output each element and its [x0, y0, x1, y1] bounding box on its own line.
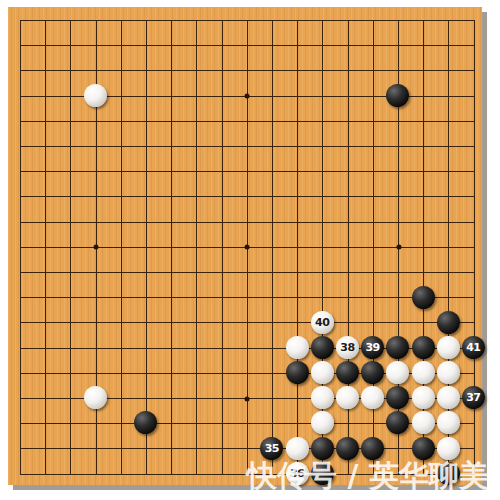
intersection — [436, 410, 461, 435]
intersection: 38 — [335, 335, 360, 360]
stone-white — [311, 361, 334, 384]
intersection — [310, 410, 335, 435]
stone-black — [386, 336, 409, 359]
stone-white: 38 — [336, 336, 359, 359]
move-number: 40 — [315, 317, 329, 328]
stone-black — [386, 386, 409, 409]
stone-white — [437, 336, 460, 359]
stone-white — [386, 361, 409, 384]
stone-white — [336, 386, 359, 409]
stone-white — [412, 386, 435, 409]
stone-white — [437, 386, 460, 409]
intersection — [335, 385, 360, 410]
stone-white — [437, 411, 460, 434]
intersection — [436, 360, 461, 385]
intersection — [436, 385, 461, 410]
stone-black — [286, 361, 309, 384]
stone-white — [84, 84, 107, 107]
intersection — [284, 335, 309, 360]
intersection — [83, 385, 108, 410]
stone-black — [412, 336, 435, 359]
intersection — [310, 360, 335, 385]
intersection — [133, 410, 158, 435]
move-number: 38 — [340, 342, 354, 353]
stone-black — [134, 411, 157, 434]
intersection: 40 — [310, 310, 335, 335]
intersection — [385, 335, 410, 360]
stone-black — [437, 311, 460, 334]
stone-white — [412, 411, 435, 434]
move-number: 39 — [365, 342, 379, 353]
intersection — [410, 335, 435, 360]
intersection — [410, 410, 435, 435]
intersection — [385, 385, 410, 410]
intersection — [360, 360, 385, 385]
intersection — [284, 360, 309, 385]
intersection — [310, 335, 335, 360]
stone-black — [386, 411, 409, 434]
stone-black: 39 — [361, 336, 384, 359]
intersection — [385, 410, 410, 435]
stone-white — [311, 386, 334, 409]
stone-white — [361, 386, 384, 409]
intersection — [436, 310, 461, 335]
stone-black: 41 — [462, 336, 485, 359]
intersection: 37 — [461, 385, 486, 410]
intersection — [385, 360, 410, 385]
intersection — [410, 385, 435, 410]
stone-black — [336, 361, 359, 384]
stone-black: 37 — [462, 386, 485, 409]
intersection: 39 — [360, 335, 385, 360]
screenshot-root: 40383941373536 快传号 / 英华聊美食 — [0, 0, 500, 500]
stone-black — [311, 336, 334, 359]
stone-black — [361, 361, 384, 384]
move-number: 35 — [265, 443, 279, 454]
stone-black — [412, 286, 435, 309]
stone-white — [412, 361, 435, 384]
intersection — [335, 360, 360, 385]
move-number: 41 — [466, 342, 480, 353]
intersection — [360, 385, 385, 410]
intersection — [436, 335, 461, 360]
intersection — [310, 385, 335, 410]
watermark-text: 快传号 / 英华聊美食 — [247, 456, 500, 497]
stone-white — [84, 386, 107, 409]
intersection — [410, 360, 435, 385]
stone-white — [437, 361, 460, 384]
stone-white — [286, 336, 309, 359]
stones-grid: 40383941373536 — [7, 7, 486, 486]
stone-white: 40 — [311, 311, 334, 334]
move-number: 37 — [466, 392, 480, 403]
intersection — [83, 83, 108, 108]
stone-white — [311, 411, 334, 434]
stone-black — [386, 84, 409, 107]
go-board: 40383941373536 — [8, 7, 482, 485]
intersection — [385, 83, 410, 108]
intersection — [410, 284, 435, 309]
intersection: 41 — [461, 335, 486, 360]
